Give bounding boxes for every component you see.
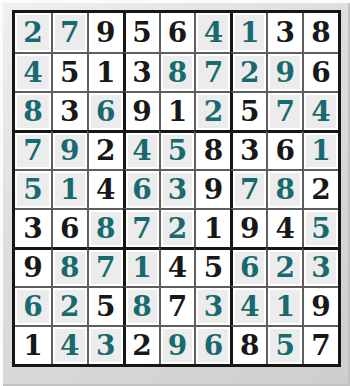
cell-r6c4[interactable]: 7 — [123, 208, 159, 247]
cell-r3c7[interactable]: 5 — [230, 91, 266, 130]
cell-r5c2[interactable]: 1 — [51, 169, 87, 208]
cell-r7c6[interactable]: 5 — [194, 247, 230, 286]
cell-r1c7[interactable]: 1 — [230, 13, 266, 52]
cell-r9c7[interactable]: 8 — [230, 325, 266, 364]
cell-r8c4[interactable]: 8 — [123, 286, 159, 325]
cell-r1c6[interactable]: 4 — [194, 13, 230, 52]
cell-r1c1[interactable]: 2 — [15, 13, 51, 52]
cell-r7c1[interactable]: 9 — [15, 247, 51, 286]
cell-r4c1[interactable]: 7 — [15, 130, 51, 169]
cell-r7c9[interactable]: 3 — [302, 247, 338, 286]
cell-r6c6[interactable]: 1 — [194, 208, 230, 247]
cell-r9c5[interactable]: 9 — [159, 325, 195, 364]
cell-r3c2[interactable]: 3 — [51, 91, 87, 130]
cell-r2c8[interactable]: 9 — [266, 52, 302, 91]
cell-r5c8[interactable]: 8 — [266, 169, 302, 208]
cell-r9c9[interactable]: 7 — [302, 325, 338, 364]
cell-r9c4[interactable]: 2 — [123, 325, 159, 364]
cell-r6c2[interactable]: 6 — [51, 208, 87, 247]
cell-r9c1[interactable]: 1 — [15, 325, 51, 364]
cell-r6c1[interactable]: 3 — [15, 208, 51, 247]
cell-r2c3[interactable]: 1 — [87, 52, 123, 91]
cell-r1c5[interactable]: 6 — [159, 13, 195, 52]
cell-r4c6[interactable]: 8 — [194, 130, 230, 169]
cell-r4c5[interactable]: 5 — [159, 130, 195, 169]
cell-r7c7[interactable]: 6 — [230, 247, 266, 286]
cell-r1c3[interactable]: 9 — [87, 13, 123, 52]
cell-r8c6[interactable]: 3 — [194, 286, 230, 325]
cell-r1c9[interactable]: 8 — [302, 13, 338, 52]
cell-r1c8[interactable]: 3 — [266, 13, 302, 52]
sudoku-app-window: 2795641384513872968369125747924583615146… — [0, 0, 350, 386]
cell-r4c3[interactable]: 2 — [87, 130, 123, 169]
cell-r9c2[interactable]: 4 — [51, 325, 87, 364]
cell-r5c9[interactable]: 2 — [302, 169, 338, 208]
cell-r2c7[interactable]: 2 — [230, 52, 266, 91]
cell-r2c5[interactable]: 8 — [159, 52, 195, 91]
cell-r5c6[interactable]: 9 — [194, 169, 230, 208]
cell-r6c9[interactable]: 5 — [302, 208, 338, 247]
cell-r6c8[interactable]: 4 — [266, 208, 302, 247]
cell-r6c7[interactable]: 9 — [230, 208, 266, 247]
cell-r8c2[interactable]: 2 — [51, 286, 87, 325]
cell-r4c9[interactable]: 1 — [302, 130, 338, 169]
cell-r4c4[interactable]: 4 — [123, 130, 159, 169]
cell-r4c2[interactable]: 9 — [51, 130, 87, 169]
cell-r8c9[interactable]: 9 — [302, 286, 338, 325]
cell-r2c1[interactable]: 4 — [15, 52, 51, 91]
cell-r3c4[interactable]: 9 — [123, 91, 159, 130]
cell-r2c6[interactable]: 7 — [194, 52, 230, 91]
cell-r8c1[interactable]: 6 — [15, 286, 51, 325]
cell-r9c6[interactable]: 6 — [194, 325, 230, 364]
cell-r8c7[interactable]: 4 — [230, 286, 266, 325]
cell-r2c9[interactable]: 6 — [302, 52, 338, 91]
cell-r8c3[interactable]: 5 — [87, 286, 123, 325]
cell-r7c2[interactable]: 8 — [51, 247, 87, 286]
cell-r3c6[interactable]: 2 — [194, 91, 230, 130]
cell-r1c2[interactable]: 7 — [51, 13, 87, 52]
sudoku-board: 2795641384513872968369125747924583615146… — [12, 10, 341, 367]
cell-r4c8[interactable]: 6 — [266, 130, 302, 169]
cell-r8c5[interactable]: 7 — [159, 286, 195, 325]
cell-r2c4[interactable]: 3 — [123, 52, 159, 91]
cell-r5c4[interactable]: 6 — [123, 169, 159, 208]
cell-r7c8[interactable]: 2 — [266, 247, 302, 286]
cell-r6c3[interactable]: 8 — [87, 208, 123, 247]
cell-r9c8[interactable]: 5 — [266, 325, 302, 364]
cell-r3c8[interactable]: 7 — [266, 91, 302, 130]
cell-r2c2[interactable]: 5 — [51, 52, 87, 91]
cell-r6c5[interactable]: 2 — [159, 208, 195, 247]
cell-r8c8[interactable]: 1 — [266, 286, 302, 325]
cell-r9c3[interactable]: 3 — [87, 325, 123, 364]
cell-r3c5[interactable]: 1 — [159, 91, 195, 130]
cell-r7c4[interactable]: 1 — [123, 247, 159, 286]
cell-r5c7[interactable]: 7 — [230, 169, 266, 208]
cell-r4c7[interactable]: 3 — [230, 130, 266, 169]
cell-r5c1[interactable]: 5 — [15, 169, 51, 208]
cell-r7c5[interactable]: 4 — [159, 247, 195, 286]
cell-r3c3[interactable]: 6 — [87, 91, 123, 130]
cell-r1c4[interactable]: 5 — [123, 13, 159, 52]
cell-r7c3[interactable]: 7 — [87, 247, 123, 286]
cell-r5c5[interactable]: 3 — [159, 169, 195, 208]
cell-r3c1[interactable]: 8 — [15, 91, 51, 130]
cell-r3c9[interactable]: 4 — [302, 91, 338, 130]
cell-r5c3[interactable]: 4 — [87, 169, 123, 208]
